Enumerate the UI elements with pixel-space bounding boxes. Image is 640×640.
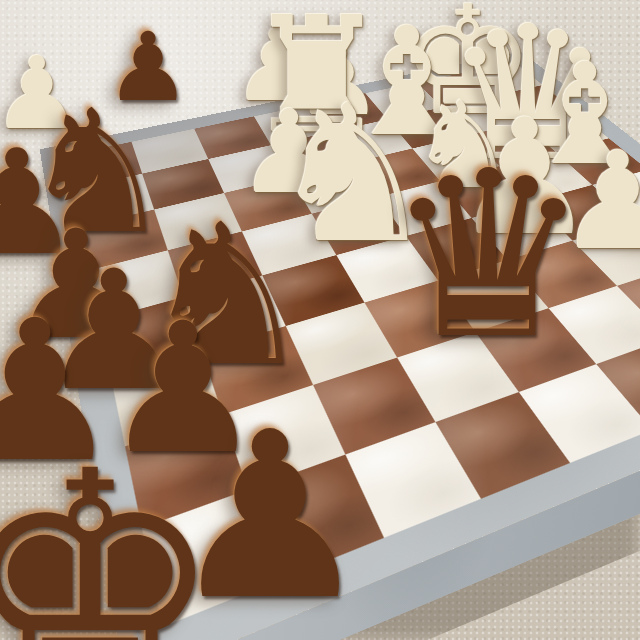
brown-king-a1[interactable]: ♚	[0, 433, 224, 640]
chess-photo-scene: ♟♟♚♟♟♜♝♛♝♞♟♞♟♞♟♟♛♟♞♟♟♟♟♚	[0, 0, 640, 640]
pieces-layer: ♟♟♚♟♟♜♝♛♝♞♟♞♟♞♟♟♛♟♞♟♟♟♟♚	[0, 0, 640, 640]
brown-queen-e2[interactable]: ♛	[385, 141, 591, 371]
